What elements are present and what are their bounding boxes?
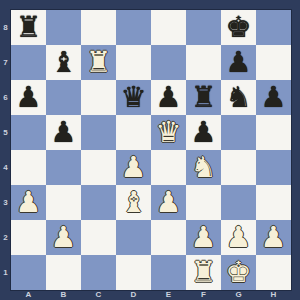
square-c8[interactable] [81,10,116,45]
rank-label-4: 4 [0,150,11,185]
square-f2[interactable]: ♟ [186,220,221,255]
square-c2[interactable] [81,220,116,255]
square-h4[interactable] [256,150,291,185]
square-a2[interactable] [11,220,46,255]
square-e5[interactable]: ♛ [151,115,186,150]
square-h1[interactable] [256,255,291,290]
square-a5[interactable] [11,115,46,150]
white-pawn-d4[interactable]: ♟ [121,150,147,185]
black-pawn-g7[interactable]: ♟ [226,45,252,80]
square-h5[interactable] [256,115,291,150]
chess-board[interactable]: ♜♚♝♜♟♟♛♟♜♞♟♟♛♟♟♞♟♝♟♟♟♟♟♜♚ [11,10,291,290]
square-d2[interactable] [116,220,151,255]
square-g6[interactable]: ♞ [221,80,256,115]
square-e3[interactable]: ♟ [151,185,186,220]
square-h8[interactable] [256,10,291,45]
square-f6[interactable]: ♜ [186,80,221,115]
square-c6[interactable] [81,80,116,115]
square-d6[interactable]: ♛ [116,80,151,115]
square-a3[interactable]: ♟ [11,185,46,220]
square-h2[interactable]: ♟ [256,220,291,255]
square-e2[interactable] [151,220,186,255]
white-pawn-h2[interactable]: ♟ [261,220,287,255]
square-c3[interactable] [81,185,116,220]
white-rook-c7[interactable]: ♜ [86,45,112,80]
white-pawn-e3[interactable]: ♟ [156,185,182,220]
black-rook-f6[interactable]: ♜ [191,80,217,115]
square-h3[interactable] [256,185,291,220]
square-a7[interactable] [11,45,46,80]
square-g3[interactable] [221,185,256,220]
white-pawn-g2[interactable]: ♟ [226,220,252,255]
square-d7[interactable] [116,45,151,80]
square-e4[interactable] [151,150,186,185]
square-e7[interactable] [151,45,186,80]
rank-label-5: 5 [0,115,11,150]
square-g7[interactable]: ♟ [221,45,256,80]
rank-label-3: 3 [0,185,11,220]
square-b2[interactable]: ♟ [46,220,81,255]
rank-labels: 87654321 [0,10,11,290]
file-label-h: H [256,289,291,300]
square-e1[interactable] [151,255,186,290]
file-label-a: A [11,289,46,300]
black-knight-g6[interactable]: ♞ [226,80,252,115]
file-label-e: E [151,289,186,300]
black-pawn-a6[interactable]: ♟ [16,80,42,115]
black-bishop-b7[interactable]: ♝ [51,45,77,80]
white-queen-e5[interactable]: ♛ [156,115,182,150]
square-g1[interactable]: ♚ [221,255,256,290]
square-c5[interactable] [81,115,116,150]
square-b6[interactable] [46,80,81,115]
square-f3[interactable] [186,185,221,220]
file-label-c: C [81,289,116,300]
black-king-g8[interactable]: ♚ [226,10,252,45]
white-rook-f1[interactable]: ♜ [191,255,217,290]
square-b1[interactable] [46,255,81,290]
square-c7[interactable]: ♜ [81,45,116,80]
black-pawn-f5[interactable]: ♟ [191,115,217,150]
square-c4[interactable] [81,150,116,185]
square-d8[interactable] [116,10,151,45]
square-a8[interactable]: ♜ [11,10,46,45]
square-c1[interactable] [81,255,116,290]
black-pawn-e6[interactable]: ♟ [156,80,182,115]
square-d1[interactable] [116,255,151,290]
white-knight-f4[interactable]: ♞ [191,150,217,185]
square-d5[interactable] [116,115,151,150]
black-rook-a8[interactable]: ♜ [16,10,42,45]
square-g2[interactable]: ♟ [221,220,256,255]
square-b4[interactable] [46,150,81,185]
file-labels: ABCDEFGH [11,289,291,300]
square-g5[interactable] [221,115,256,150]
square-b5[interactable]: ♟ [46,115,81,150]
square-d4[interactable]: ♟ [116,150,151,185]
file-label-g: G [221,289,256,300]
square-f4[interactable]: ♞ [186,150,221,185]
square-h6[interactable]: ♟ [256,80,291,115]
square-d3[interactable]: ♝ [116,185,151,220]
square-g8[interactable]: ♚ [221,10,256,45]
square-a1[interactable] [11,255,46,290]
white-king-g1[interactable]: ♚ [226,255,252,290]
square-f5[interactable]: ♟ [186,115,221,150]
square-a4[interactable] [11,150,46,185]
rank-label-2: 2 [0,220,11,255]
rank-label-1: 1 [0,255,11,290]
chess-diagram: 87654321 ♜♚♝♜♟♟♛♟♜♞♟♟♛♟♟♞♟♝♟♟♟♟♟♜♚ ABCDE… [0,0,300,300]
black-queen-d6[interactable]: ♛ [121,80,147,115]
rank-label-8: 8 [0,10,11,45]
black-pawn-b5[interactable]: ♟ [51,115,77,150]
rank-label-7: 7 [0,45,11,80]
file-label-f: F [186,289,221,300]
square-f7[interactable] [186,45,221,80]
file-label-d: D [116,289,151,300]
square-b8[interactable] [46,10,81,45]
white-bishop-d3[interactable]: ♝ [121,185,147,220]
square-a6[interactable]: ♟ [11,80,46,115]
square-b3[interactable] [46,185,81,220]
square-e6[interactable]: ♟ [151,80,186,115]
square-f8[interactable] [186,10,221,45]
square-h7[interactable] [256,45,291,80]
white-pawn-f2[interactable]: ♟ [191,220,217,255]
square-e8[interactable] [151,10,186,45]
white-pawn-a3[interactable]: ♟ [16,185,42,220]
black-pawn-h6[interactable]: ♟ [261,80,287,115]
square-b7[interactable]: ♝ [46,45,81,80]
white-pawn-b2[interactable]: ♟ [51,220,77,255]
rank-label-6: 6 [0,80,11,115]
square-g4[interactable] [221,150,256,185]
file-label-b: B [46,289,81,300]
square-f1[interactable]: ♜ [186,255,221,290]
